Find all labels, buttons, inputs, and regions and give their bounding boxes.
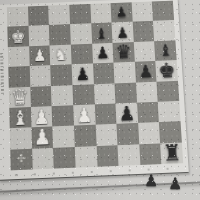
square-d3[interactable] [51,85,73,106]
square-d5[interactable] [93,83,115,104]
black-pawn-e4[interactable]: ♟ [75,74,89,75]
square-g1[interactable]: ♚ [7,26,28,47]
square-h5[interactable] [90,3,112,24]
square-c3[interactable] [52,105,74,127]
black-bishop-f8[interactable]: ♝ [159,50,172,51]
square-c1[interactable]: ♝ [9,107,31,129]
board-border: ♟♚♝♟♟♞♟♛♝♟♟♚♛♝♟♟♟♟✣♜ [0,0,189,181]
square-f6[interactable]: ♛ [113,42,135,63]
chessboard-photo: { "game": "chess", "scene_type": "overhe… [0,0,200,200]
square-b6[interactable] [117,123,139,145]
square-a1[interactable]: ✣ [10,148,32,170]
square-h6[interactable]: ♟ [111,2,133,23]
square-h7[interactable] [131,1,153,21]
square-g7[interactable] [132,21,154,42]
square-d1[interactable]: ♛ [9,86,31,107]
square-g3[interactable] [49,24,71,45]
square-g5[interactable]: ♝ [91,23,113,44]
square-f2[interactable]: ♟ [29,45,51,66]
square-b3[interactable] [53,126,75,148]
square-d8[interactable] [157,80,179,101]
square-b1[interactable] [10,128,32,150]
square-h8[interactable] [152,1,174,21]
square-g4[interactable] [70,24,92,45]
black-rook-a8[interactable]: ♜ [163,153,181,154]
square-b4[interactable] [74,125,96,147]
square-h2[interactable] [28,6,49,27]
square-d7[interactable] [136,81,158,102]
square-f5[interactable]: ♟ [92,43,114,64]
square-e5[interactable] [93,63,115,84]
square-f4[interactable] [71,44,93,65]
square-a6[interactable] [118,144,141,166]
square-c8[interactable] [158,101,181,122]
white-knight-f3[interactable]: ♞ [54,55,67,56]
square-b7[interactable] [138,122,161,144]
square-a7[interactable] [139,143,162,165]
square-d4[interactable] [72,84,94,105]
square-a3[interactable] [53,147,75,169]
square-e8[interactable]: ♚ [156,60,178,81]
square-b5[interactable] [95,124,117,146]
white-king-g1[interactable]: ♚ [11,36,26,37]
black-pawn-e7[interactable]: ♟ [139,71,153,72]
square-a5[interactable] [96,145,118,167]
square-a4[interactable] [75,146,97,168]
square-e2[interactable] [29,65,51,86]
black-pawn-f5[interactable]: ♟ [96,53,109,54]
square-h1[interactable] [7,6,28,27]
black-queen-f6[interactable]: ♛ [116,52,132,53]
square-a2[interactable] [32,148,54,170]
square-d2[interactable] [30,86,52,107]
square-f1[interactable] [8,46,30,67]
brand-text-strip [0,53,4,95]
square-e7[interactable]: ♟ [135,61,157,82]
white-pawn-b2[interactable]: ♟ [33,137,50,138]
square-h4[interactable] [69,4,91,25]
square-g2[interactable] [28,25,50,46]
square-c6[interactable]: ♟ [116,103,138,124]
chessboard[interactable]: ♟♚♝♟♟♞♟♛♝♟♟♚♛♝♟♟♟♟✣♜ [0,0,189,181]
board-grid: ♟♚♝♟♟♞♟♛♝♟♟♚♛♝♟♟♟♟✣♜ [7,1,183,171]
square-c5[interactable] [94,103,116,125]
black-pawn-c6[interactable]: ♟ [119,113,135,114]
square-e6[interactable] [114,62,136,83]
square-e4[interactable]: ♟ [71,64,93,85]
square-g8[interactable] [153,20,175,41]
square-c7[interactable] [137,102,159,123]
white-bishop-c1[interactable]: ♝ [12,117,28,118]
black-king-e8[interactable]: ♚ [158,70,175,71]
white-pawn-c2[interactable]: ♟ [33,116,49,117]
square-f7[interactable] [134,41,156,62]
white-pawn-f2[interactable]: ♟ [33,55,46,56]
square-h3[interactable] [48,5,70,26]
square-e3[interactable] [50,64,72,85]
square-a8[interactable]: ♜ [160,142,183,164]
square-f3[interactable]: ♞ [50,44,72,65]
white-queen-d1[interactable]: ♛ [11,97,29,98]
white-pawn-c4[interactable]: ♟ [76,115,92,116]
square-b2[interactable]: ♟ [31,127,53,149]
square-d6[interactable] [115,82,137,103]
square-c4[interactable]: ♟ [73,104,95,126]
